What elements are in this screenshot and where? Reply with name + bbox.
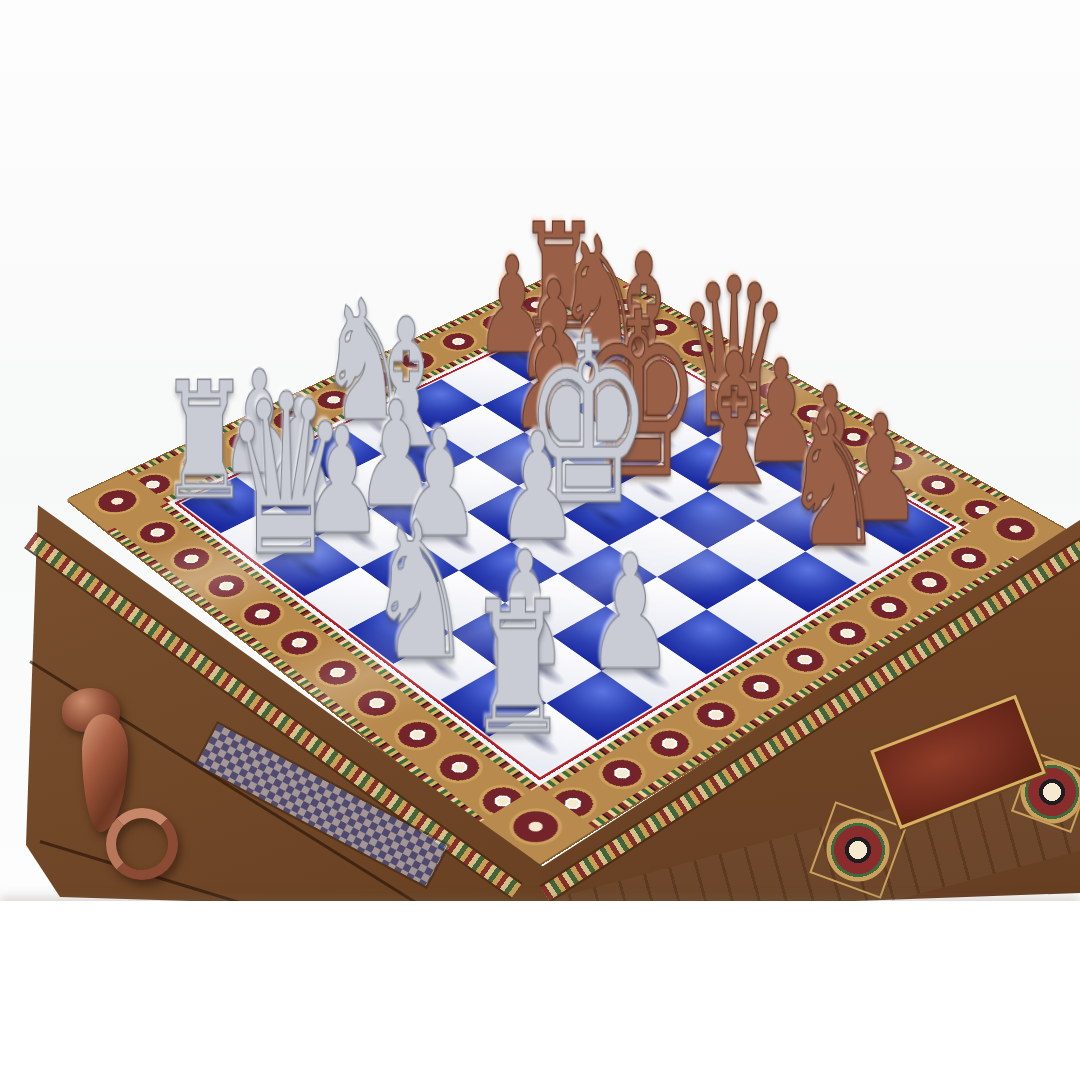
piece-white-pawn-h3[interactable]: ♟ [586,541,674,687]
piece-white-queen-c1[interactable]: ♛ [224,374,348,578]
piece-black-knight-h7[interactable]: ♞ [784,401,884,566]
chess-photo: ♜♞♝♛♟♟♟♟♟♟♝♞♟♚♚♞♝♟♟♟♟♟♟♟♟♜♛♞♜ [0,0,1080,1080]
piece-white-rook-h1[interactable]: ♜ [467,585,569,754]
piece-black-bishop-f7[interactable]: ♝ [684,337,785,504]
drawer-handle[interactable] [48,688,168,866]
handle-scroll-icon [106,808,178,880]
table-surface [0,901,1080,1080]
piece-white-knight-f1[interactable]: ♞ [368,505,474,680]
